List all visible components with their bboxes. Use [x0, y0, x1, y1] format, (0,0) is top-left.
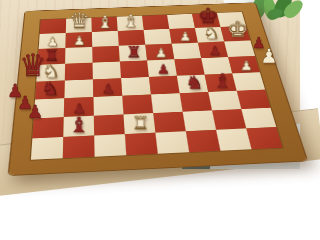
square-a4[interactable]: ♞ [35, 81, 65, 100]
square-g3[interactable] [208, 91, 241, 111]
square-c5[interactable] [93, 62, 121, 80]
captured-red-pawn: ♟ [27, 103, 43, 121]
square-e2[interactable] [153, 112, 186, 133]
square-a8[interactable] [40, 19, 66, 34]
square-h4[interactable] [232, 72, 265, 90]
square-h5[interactable]: ♟ [228, 56, 260, 73]
square-g2[interactable] [212, 109, 246, 130]
square-c2[interactable] [94, 114, 125, 135]
square-c6[interactable] [92, 46, 120, 63]
square-c8[interactable]: ♝ [92, 17, 118, 32]
chess-board: ♛♝♝♚♟♟♟♞♚♜♜♟♟♞♟♟♞♟♞♝♟♝♜ [9, 3, 300, 169]
red-knight[interactable]: ♞ [185, 73, 204, 91]
square-e3[interactable] [151, 93, 183, 113]
square-d8[interactable]: ♝ [117, 16, 144, 31]
board-frame: ♛♝♝♚♟♟♟♞♚♜♜♟♟♞♟♟♞♟♞♝♟♝♜ [9, 3, 300, 169]
square-d3[interactable] [122, 94, 153, 114]
square-d1[interactable] [125, 133, 158, 155]
red-bishop[interactable]: ♝ [68, 115, 89, 136]
square-d6[interactable]: ♜ [119, 45, 147, 62]
square-b4[interactable] [64, 79, 93, 98]
square-c4[interactable]: ♟ [93, 78, 122, 97]
square-f8[interactable] [167, 14, 195, 29]
square-h6[interactable] [224, 41, 255, 58]
red-bishop[interactable]: ♝ [213, 71, 233, 90]
square-f2[interactable] [183, 110, 216, 131]
square-g7[interactable]: ♞ [195, 27, 224, 43]
square-h7[interactable]: ♚ [220, 26, 250, 42]
square-b5[interactable] [65, 63, 93, 81]
square-h2[interactable] [241, 108, 276, 129]
white-knight[interactable]: ♞ [202, 25, 219, 42]
captured-white-pawn: ♟ [260, 46, 278, 66]
square-f1[interactable] [186, 130, 221, 152]
square-d4[interactable] [121, 77, 151, 96]
square-b7[interactable]: ♟ [65, 32, 92, 48]
captured-red-queen: ♛ [19, 50, 47, 81]
square-e1[interactable] [155, 131, 189, 153]
white-pawn[interactable]: ♟ [154, 47, 167, 60]
square-e4[interactable] [149, 76, 180, 95]
square-f4[interactable]: ♞ [177, 75, 208, 94]
square-e5[interactable]: ♟ [147, 59, 177, 77]
table-surface: ♛♝♝♚♟♟♟♞♚♜♜♟♟♞♟♟♞♟♞♝♟♝♜ ♛♟♟♟ ♟♟ [0, 0, 300, 169]
white-bishop[interactable]: ♝ [96, 13, 114, 31]
white-king[interactable]: ♚ [226, 19, 248, 41]
red-pawn[interactable]: ♟ [208, 44, 221, 57]
square-c7[interactable] [92, 31, 119, 47]
red-rook[interactable]: ♜ [126, 45, 142, 61]
white-pawn[interactable]: ♟ [73, 35, 85, 47]
white-queen[interactable]: ♛ [68, 11, 89, 32]
square-e6[interactable]: ♟ [145, 44, 174, 61]
white-rook[interactable]: ♜ [131, 115, 149, 132]
square-f3[interactable] [180, 92, 212, 112]
square-f7[interactable]: ♟ [169, 28, 198, 44]
square-c1[interactable] [94, 134, 126, 157]
square-h1[interactable] [246, 127, 282, 149]
square-g4[interactable]: ♝ [205, 73, 237, 92]
square-c3[interactable] [93, 96, 123, 116]
square-h3[interactable] [237, 90, 271, 110]
white-bishop[interactable]: ♝ [122, 12, 140, 30]
square-d2[interactable]: ♜ [123, 113, 155, 134]
square-a1[interactable] [31, 137, 63, 160]
white-pawn[interactable]: ♟ [179, 30, 191, 42]
white-pawn[interactable]: ♟ [239, 59, 252, 72]
square-b2[interactable]: ♝ [63, 116, 94, 137]
square-e8[interactable] [142, 15, 169, 30]
square-e7[interactable] [144, 29, 172, 45]
square-b1[interactable] [63, 136, 95, 159]
red-pawn[interactable]: ♟ [101, 82, 114, 95]
board-grid: ♛♝♝♚♟♟♟♞♚♜♜♟♟♞♟♟♞♟♞♝♟♝♜ [31, 12, 283, 160]
square-f6[interactable] [172, 43, 202, 60]
red-pawn[interactable]: ♟ [156, 63, 169, 76]
square-b6[interactable] [65, 47, 92, 64]
square-b8[interactable]: ♛ [66, 18, 92, 33]
square-d5[interactable] [120, 60, 149, 78]
square-g6[interactable]: ♟ [198, 42, 228, 59]
